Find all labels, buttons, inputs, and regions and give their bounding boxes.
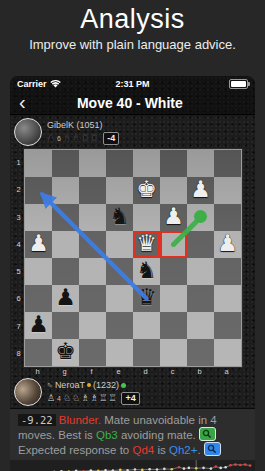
captured-count: 4 xyxy=(57,393,61,404)
analysis-text: Best is xyxy=(58,429,93,441)
square-f1[interactable] xyxy=(79,150,106,177)
piece-black-knight-d5[interactable]: ♞ xyxy=(133,256,160,285)
square-a2[interactable] xyxy=(214,177,241,204)
square-d2[interactable]: ♚ xyxy=(133,177,160,204)
board-zone: 12345678 ♚♟♞♟♟♛♟♞♟♛♟♚ xyxy=(10,148,255,367)
captured-piece: ♜ xyxy=(81,133,89,144)
captured-piece: ♖ xyxy=(99,393,107,404)
piece-white-pawn-b2[interactable]: ♟ xyxy=(187,175,214,204)
square-b3[interactable] xyxy=(187,204,214,231)
white-line xyxy=(15,465,250,471)
carrier-label: Carrier xyxy=(17,79,47,89)
square-d1[interactable] xyxy=(133,150,160,177)
pencil-icon: ✎ xyxy=(47,380,53,391)
move-title: Move 40 - White xyxy=(35,95,225,111)
rank-label-8: 8 xyxy=(13,340,24,367)
square-c6[interactable] xyxy=(160,285,187,312)
square-h6[interactable] xyxy=(25,285,52,312)
square-f7[interactable] xyxy=(79,312,106,339)
material-score-badge: +4 xyxy=(121,392,139,405)
square-b5[interactable] xyxy=(187,258,214,285)
rank-label-6: 6 xyxy=(13,285,24,312)
white-line-point xyxy=(170,468,173,471)
clock: 2:31 PM xyxy=(87,79,178,89)
square-h1[interactable] xyxy=(25,150,52,177)
player-name-top: GibelK (1051) xyxy=(47,120,119,131)
file-label-c: c xyxy=(159,367,186,376)
captured-pieces-bottom: ♙ 4 ♘ ♘ ♗ ♗ ♖ ♖ +4 xyxy=(47,392,140,405)
medal-icon xyxy=(87,383,91,387)
square-h2[interactable] xyxy=(25,177,52,204)
captured-piece: ♟ xyxy=(47,133,55,144)
avatar[interactable] xyxy=(14,378,42,406)
square-b6[interactable] xyxy=(187,285,214,312)
back-chevron-icon[interactable]: ‹ xyxy=(10,92,35,114)
white-line-point xyxy=(215,465,218,468)
rank-label-3: 3 xyxy=(13,204,24,231)
white-line-point xyxy=(134,468,137,471)
square-g1[interactable] xyxy=(52,150,79,177)
player-rating: (1232) xyxy=(93,380,119,391)
white-line-point xyxy=(188,467,191,470)
square-g4[interactable] xyxy=(52,231,79,258)
white-line-point xyxy=(202,467,205,470)
square-f8[interactable] xyxy=(79,339,106,366)
square-g5[interactable] xyxy=(52,258,79,285)
file-label-h: h xyxy=(24,367,51,376)
square-c8[interactable] xyxy=(160,339,187,366)
piece-black-knight-e3[interactable]: ♞ xyxy=(106,202,133,231)
navigation-bar: ‹ Move 40 - White xyxy=(10,91,255,115)
piece-white-pawn-c3[interactable]: ♟ xyxy=(160,202,187,231)
analysis-text: . xyxy=(197,444,200,456)
square-a5[interactable] xyxy=(214,258,241,285)
white-line-point xyxy=(210,467,213,470)
square-d3[interactable] xyxy=(133,204,160,231)
square-e1[interactable] xyxy=(106,150,133,177)
captured-piece: ♗ xyxy=(81,393,89,404)
square-g3[interactable] xyxy=(52,204,79,231)
status-bar: Carrier 2:31 PM xyxy=(10,76,255,91)
file-label-a: a xyxy=(213,367,240,376)
captured-pieces-top: ♟ 6 ♝ ♝ ♜ ♜ -4 xyxy=(47,132,119,145)
rank-label-2: 2 xyxy=(13,176,24,203)
square-c1[interactable] xyxy=(160,150,187,177)
square-d5[interactable]: ♞ xyxy=(133,258,160,285)
square-g6[interactable]: ♟ xyxy=(52,285,79,312)
online-status-dot xyxy=(121,383,126,388)
file-labels: hgfedcba xyxy=(24,367,240,376)
square-e8[interactable] xyxy=(106,339,133,366)
white-line-point xyxy=(156,468,159,471)
piece-black-king-g8[interactable]: ♚ xyxy=(52,337,79,366)
player-row-top: GibelK (1051) ♟ 6 ♝ ♝ ♜ ♜ -4 xyxy=(10,115,255,148)
square-e6[interactable] xyxy=(106,285,133,312)
square-a1[interactable] xyxy=(214,150,241,177)
analysis-text: avoiding mate. xyxy=(121,429,196,441)
rank-label-1: 1 xyxy=(13,149,24,176)
white-line-point xyxy=(163,468,166,471)
square-f2[interactable] xyxy=(79,177,106,204)
file-label-b: b xyxy=(186,367,213,376)
square-d7[interactable] xyxy=(133,312,160,339)
white-line-point xyxy=(195,467,198,470)
piece-white-king-d2[interactable]: ♚ xyxy=(133,175,160,204)
square-d6[interactable]: ♛ xyxy=(133,285,160,312)
square-a8[interactable] xyxy=(214,339,241,366)
piece-black-queen-d6[interactable]: ♛ xyxy=(133,283,160,312)
square-g8[interactable]: ♚ xyxy=(52,339,79,366)
captured-piece: ♜ xyxy=(90,133,98,144)
white-line-point xyxy=(183,467,186,470)
square-b7[interactable] xyxy=(187,312,214,339)
piece-white-pawn-a4[interactable]: ♟ xyxy=(214,229,241,258)
captured-piece: ♗ xyxy=(90,393,98,404)
app-screenshot: Carrier 2:31 PM ‹ Move 40 - White GibelK… xyxy=(10,76,255,471)
square-d4[interactable]: ♛ xyxy=(133,231,160,258)
white-line-point xyxy=(219,467,222,470)
square-f6[interactable] xyxy=(79,285,106,312)
rank-labels: 12345678 xyxy=(13,149,24,367)
piece-white-pawn-h4[interactable]: ♟ xyxy=(25,229,52,258)
evaluation-value: -9.22 xyxy=(18,414,56,426)
piece-white-queen-d4[interactable]: ♛ xyxy=(133,229,160,258)
white-line-point xyxy=(178,466,181,469)
avatar[interactable] xyxy=(14,118,42,146)
square-e3[interactable]: ♞ xyxy=(106,204,133,231)
white-line-point xyxy=(224,466,227,469)
captured-piece: ♝ xyxy=(72,133,80,144)
square-h8[interactable] xyxy=(25,339,52,366)
zoom-icon-blue[interactable] xyxy=(204,442,221,456)
file-label-f: f xyxy=(78,367,105,376)
white-line-point xyxy=(239,464,242,467)
square-e5[interactable] xyxy=(106,258,133,285)
square-g7[interactable] xyxy=(52,312,79,339)
piece-black-pawn-g6[interactable]: ♟ xyxy=(52,283,79,312)
analysis-panel: -9.22 Blunder. Mate unavoidable in 4 mov… xyxy=(10,408,255,460)
square-b1[interactable] xyxy=(187,150,214,177)
square-f4[interactable] xyxy=(79,231,106,258)
square-f5[interactable] xyxy=(79,258,106,285)
square-c2[interactable] xyxy=(160,177,187,204)
square-a6[interactable] xyxy=(214,285,241,312)
rank-label-7: 7 xyxy=(13,313,24,340)
white-line-point xyxy=(244,463,247,466)
captured-piece: ♖ xyxy=(108,393,116,404)
rank-label-5: 5 xyxy=(13,258,24,285)
captured-piece: ♝ xyxy=(63,133,71,144)
square-c7[interactable] xyxy=(160,312,187,339)
square-b2[interactable]: ♟ xyxy=(187,177,214,204)
analysis-text: is xyxy=(157,444,165,456)
captured-piece: ♙ xyxy=(47,393,55,404)
square-h4[interactable]: ♟ xyxy=(25,231,52,258)
square-b4[interactable] xyxy=(187,231,214,258)
captured-piece: ♘ xyxy=(63,393,71,404)
square-e2[interactable] xyxy=(106,177,133,204)
square-c3[interactable]: ♟ xyxy=(160,204,187,231)
square-h5[interactable] xyxy=(25,258,52,285)
white-line-point xyxy=(234,463,237,466)
player-name-bottom: ✎ NeroaT (1232) xyxy=(47,380,140,391)
square-c4[interactable] xyxy=(160,231,187,258)
page-title: Analysis xyxy=(0,4,265,35)
battery-icon xyxy=(229,79,248,89)
zoom-icon-green[interactable] xyxy=(199,427,216,441)
piece-black-pawn-h7[interactable]: ♟ xyxy=(25,310,52,339)
square-d8[interactable] xyxy=(133,339,160,366)
hero-section: Analysis Improve with plain language adv… xyxy=(0,4,265,74)
captured-count: 6 xyxy=(57,133,61,144)
board-grid: ♚♟♞♟♟♛♟♞♟♛♟♚ xyxy=(25,150,241,366)
move-classification: Blunder. xyxy=(59,414,101,426)
best-move-text[interactable]: Qb3 xyxy=(96,429,118,441)
square-e7[interactable] xyxy=(106,312,133,339)
white-line-point xyxy=(249,464,252,467)
square-a7[interactable] xyxy=(214,312,241,339)
square-h3[interactable] xyxy=(25,204,52,231)
player-row-bottom: ✎ NeroaT (1232) ♙ 4 ♘ ♘ ♗ ♗ ♖ ♖ +4 xyxy=(10,376,255,408)
player-name-text: NeroaT xyxy=(55,380,85,391)
square-e4[interactable] xyxy=(106,231,133,258)
rank-label-4: 4 xyxy=(13,231,24,258)
square-a4[interactable]: ♟ xyxy=(214,231,241,258)
response-move-text[interactable]: Qh2+ xyxy=(169,444,197,456)
square-h7[interactable]: ♟ xyxy=(25,312,52,339)
file-label-g: g xyxy=(51,367,78,376)
white-line-point xyxy=(229,464,232,467)
file-label-e: e xyxy=(105,367,132,376)
material-score-badge: -4 xyxy=(103,132,119,145)
analysis-text: response to xyxy=(69,444,129,456)
white-line-point xyxy=(148,468,151,471)
captured-piece: ♘ xyxy=(72,393,80,404)
evaluation-graph[interactable] xyxy=(10,460,255,471)
played-move-text[interactable]: Qd4 xyxy=(132,444,154,456)
square-b8[interactable] xyxy=(187,339,214,366)
square-a3[interactable] xyxy=(214,204,241,231)
square-g2[interactable] xyxy=(52,177,79,204)
file-label-d: d xyxy=(132,367,159,376)
square-f3[interactable] xyxy=(79,204,106,231)
square-c5[interactable] xyxy=(160,258,187,285)
analysis-text: Expected xyxy=(18,444,66,456)
page-subtitle: Improve with plain language advice. xyxy=(0,37,265,52)
wifi-icon xyxy=(50,80,61,88)
